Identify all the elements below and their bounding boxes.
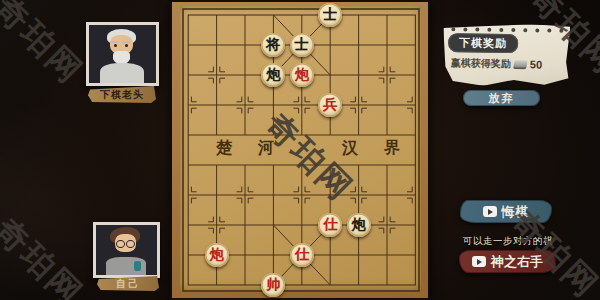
piece-black-炮[interactable]: 炮 xyxy=(261,63,285,87)
young-man-portrait xyxy=(96,225,157,275)
piece-red-兵[interactable]: 兵 xyxy=(318,93,342,117)
xiangqi-board[interactable]: 楚 河 汉 界 士将士炮炮兵仕炮仕炮帅 xyxy=(170,0,430,300)
give-up-button[interactable]: 放弃 xyxy=(463,90,540,106)
paper-perforation xyxy=(451,27,563,33)
silver-ingot-icon xyxy=(513,60,528,69)
pieces-grid: 士将士炮炮兵仕炮仕炮帅 xyxy=(174,0,430,300)
game-background: 奇珀网 奇珀网 奇珀网 奇珀网 奇珀网 下棋老头 自己 xyxy=(0,0,600,300)
self-name-banner: 自己 xyxy=(97,276,159,291)
piece-red-炮[interactable]: 炮 xyxy=(290,63,314,87)
gods-hand-hint: 可以走一步对方的棋 xyxy=(463,235,553,248)
video-ad-icon xyxy=(483,206,497,217)
undo-move-button[interactable]: 悔棋 xyxy=(460,200,552,223)
self-name: 自己 xyxy=(116,277,140,291)
reward-amount: 50 xyxy=(530,58,542,70)
reward-panel: 下棋奖励 赢棋获得奖励 50 xyxy=(443,23,571,87)
piece-red-帅[interactable]: 帅 xyxy=(261,273,285,297)
piece-red-仕[interactable]: 仕 xyxy=(290,243,314,267)
piece-red-炮[interactable]: 炮 xyxy=(205,243,229,267)
opponent-name: 下棋老头 xyxy=(100,88,144,102)
piece-black-士[interactable]: 士 xyxy=(290,33,314,57)
piece-black-士[interactable]: 士 xyxy=(318,3,342,27)
give-up-label: 放弃 xyxy=(489,91,515,106)
piece-black-炮[interactable]: 炮 xyxy=(347,213,371,237)
gods-right-hand-button[interactable]: 神之右手 xyxy=(459,250,556,273)
reward-description: 赢棋获得奖励 xyxy=(451,56,511,71)
watermark: 奇珀网 xyxy=(0,206,95,300)
piece-black-将[interactable]: 将 xyxy=(261,33,285,57)
self-avatar xyxy=(93,222,160,278)
watermark: 奇珀网 xyxy=(0,0,95,96)
piece-red-仕[interactable]: 仕 xyxy=(318,213,342,237)
old-man-portrait xyxy=(89,25,156,83)
opponent-avatar xyxy=(86,22,159,86)
undo-move-label: 悔棋 xyxy=(502,203,530,221)
reward-title-badge: 下棋奖励 xyxy=(448,33,518,53)
video-ad-icon xyxy=(472,256,486,267)
opponent-name-banner: 下棋老头 xyxy=(88,86,156,103)
gods-right-hand-label: 神之右手 xyxy=(491,253,543,271)
